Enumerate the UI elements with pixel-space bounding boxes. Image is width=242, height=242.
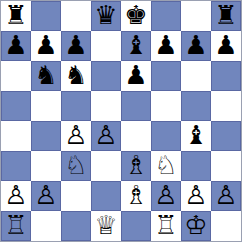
square-b3[interactable]: [31, 151, 61, 181]
square-b2[interactable]: ♙: [31, 181, 61, 211]
white-pawn-piece[interactable]: ♙: [154, 182, 177, 208]
square-d2[interactable]: [91, 181, 121, 211]
black-pawn-piece[interactable]: ♟: [64, 32, 87, 58]
black-rook-piece[interactable]: ♜: [4, 2, 27, 28]
white-knight-piece[interactable]: ♘: [154, 152, 177, 178]
square-b4[interactable]: [31, 121, 61, 151]
black-pawn-piece[interactable]: ♟: [154, 32, 177, 58]
square-h1[interactable]: [211, 211, 241, 241]
square-c1[interactable]: [61, 211, 91, 241]
square-d6[interactable]: [91, 61, 121, 91]
black-pawn-piece[interactable]: ♟: [214, 32, 237, 58]
square-g4[interactable]: ♝: [181, 121, 211, 151]
black-knight-piece[interactable]: ♞: [64, 62, 87, 88]
white-pawn-piece[interactable]: ♙: [214, 182, 237, 208]
white-pawn-piece[interactable]: ♙: [4, 182, 27, 208]
square-a2[interactable]: ♙: [1, 181, 31, 211]
square-a4[interactable]: [1, 121, 31, 151]
black-pawn-piece[interactable]: ♟: [184, 32, 207, 58]
square-f2[interactable]: ♙: [151, 181, 181, 211]
black-knight-piece[interactable]: ♞: [34, 62, 57, 88]
square-h5[interactable]: [211, 91, 241, 121]
square-c8[interactable]: [61, 1, 91, 31]
white-king-piece[interactable]: ♔: [184, 212, 207, 238]
square-g2[interactable]: ♙: [181, 181, 211, 211]
white-rook-piece[interactable]: ♖: [154, 212, 177, 238]
black-queen-piece[interactable]: ♛: [94, 2, 117, 28]
square-e1[interactable]: [121, 211, 151, 241]
square-c2[interactable]: [61, 181, 91, 211]
square-e2[interactable]: ♗: [121, 181, 151, 211]
white-knight-piece[interactable]: ♘: [64, 152, 87, 178]
square-f6[interactable]: [151, 61, 181, 91]
square-c4[interactable]: ♙: [61, 121, 91, 151]
square-c5[interactable]: [61, 91, 91, 121]
square-d5[interactable]: [91, 91, 121, 121]
square-h7[interactable]: ♟: [211, 31, 241, 61]
square-b8[interactable]: [31, 1, 61, 31]
square-a8[interactable]: ♜: [1, 1, 31, 31]
square-e8[interactable]: ♚: [121, 1, 151, 31]
black-rook-piece[interactable]: ♜: [214, 2, 237, 28]
square-h3[interactable]: [211, 151, 241, 181]
square-d7[interactable]: [91, 31, 121, 61]
square-d8[interactable]: ♛: [91, 1, 121, 31]
black-pawn-piece[interactable]: ♟: [34, 32, 57, 58]
square-g6[interactable]: [181, 61, 211, 91]
chess-board: ♜♛♚♜♟♟♟♝♟♟♟♞♞♟♙♙♝♘♗♘♙♙♗♙♙♙♖♕♖♔: [0, 0, 242, 242]
white-queen-piece[interactable]: ♕: [94, 212, 117, 238]
square-b5[interactable]: [31, 91, 61, 121]
white-pawn-piece[interactable]: ♙: [94, 122, 117, 148]
square-a7[interactable]: ♟: [1, 31, 31, 61]
square-e7[interactable]: ♝: [121, 31, 151, 61]
square-a6[interactable]: [1, 61, 31, 91]
square-d4[interactable]: ♙: [91, 121, 121, 151]
black-king-piece[interactable]: ♚: [124, 2, 147, 28]
square-f5[interactable]: [151, 91, 181, 121]
white-bishop-piece[interactable]: ♗: [124, 152, 147, 178]
square-a3[interactable]: [1, 151, 31, 181]
black-pawn-piece[interactable]: ♟: [4, 32, 27, 58]
square-g3[interactable]: [181, 151, 211, 181]
square-d1[interactable]: ♕: [91, 211, 121, 241]
square-g5[interactable]: [181, 91, 211, 121]
square-h6[interactable]: [211, 61, 241, 91]
square-b1[interactable]: [31, 211, 61, 241]
white-pawn-piece[interactable]: ♙: [64, 122, 87, 148]
square-h2[interactable]: ♙: [211, 181, 241, 211]
white-pawn-piece[interactable]: ♙: [184, 182, 207, 208]
square-e4[interactable]: [121, 121, 151, 151]
square-f7[interactable]: ♟: [151, 31, 181, 61]
square-a1[interactable]: ♖: [1, 211, 31, 241]
square-c3[interactable]: ♘: [61, 151, 91, 181]
square-h8[interactable]: ♜: [211, 1, 241, 31]
square-g7[interactable]: ♟: [181, 31, 211, 61]
square-h4[interactable]: [211, 121, 241, 151]
square-f3[interactable]: ♘: [151, 151, 181, 181]
square-f1[interactable]: ♖: [151, 211, 181, 241]
square-e6[interactable]: ♟: [121, 61, 151, 91]
square-b7[interactable]: ♟: [31, 31, 61, 61]
square-f8[interactable]: [151, 1, 181, 31]
square-f4[interactable]: [151, 121, 181, 151]
square-c6[interactable]: ♞: [61, 61, 91, 91]
square-c7[interactable]: ♟: [61, 31, 91, 61]
square-g1[interactable]: ♔: [181, 211, 211, 241]
white-rook-piece[interactable]: ♖: [4, 212, 27, 238]
square-a5[interactable]: [1, 91, 31, 121]
white-bishop-piece[interactable]: ♗: [124, 182, 147, 208]
square-d3[interactable]: [91, 151, 121, 181]
square-e3[interactable]: ♗: [121, 151, 151, 181]
square-g8[interactable]: [181, 1, 211, 31]
white-pawn-piece[interactable]: ♙: [34, 182, 57, 208]
square-e5[interactable]: [121, 91, 151, 121]
square-b6[interactable]: ♞: [31, 61, 61, 91]
black-pawn-piece[interactable]: ♟: [124, 62, 147, 88]
black-bishop-piece[interactable]: ♝: [124, 32, 147, 58]
black-bishop-piece[interactable]: ♝: [184, 122, 207, 148]
